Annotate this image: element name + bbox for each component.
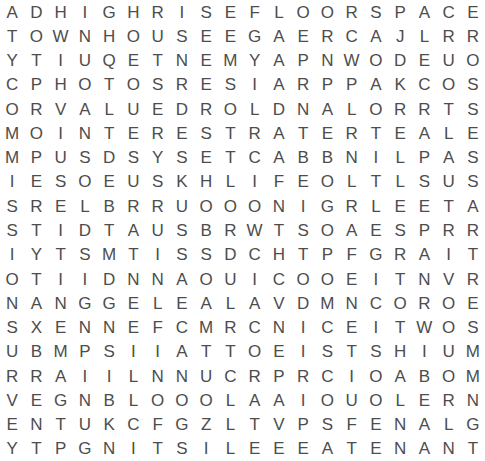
letter-cell[interactable]: S: [461, 315, 485, 339]
letter-cell[interactable]: V: [437, 267, 461, 291]
letter-cell[interactable]: H: [97, 24, 121, 48]
letter-cell[interactable]: S: [315, 340, 339, 364]
letter-cell[interactable]: J: [388, 24, 412, 48]
letter-cell[interactable]: I: [0, 243, 24, 267]
letter-cell[interactable]: I: [170, 0, 194, 24]
letter-cell[interactable]: R: [461, 267, 485, 291]
letter-cell[interactable]: E: [0, 412, 24, 436]
letter-cell[interactable]: F: [340, 412, 364, 436]
letter-cell[interactable]: B: [412, 364, 436, 388]
letter-cell[interactable]: M: [461, 340, 485, 364]
letter-cell[interactable]: E: [364, 437, 388, 461]
letter-cell[interactable]: R: [315, 24, 339, 48]
letter-cell[interactable]: I: [73, 0, 97, 24]
letter-cell[interactable]: C: [315, 315, 339, 339]
letter-cell[interactable]: K: [388, 73, 412, 97]
letter-cell[interactable]: U: [146, 24, 170, 48]
letter-cell[interactable]: E: [364, 218, 388, 242]
letter-cell[interactable]: I: [243, 267, 267, 291]
letter-cell[interactable]: C: [315, 364, 339, 388]
letter-cell[interactable]: B: [315, 146, 339, 170]
letter-cell[interactable]: E: [194, 146, 218, 170]
letter-cell[interactable]: A: [73, 97, 97, 121]
letter-cell[interactable]: P: [412, 146, 436, 170]
letter-cell[interactable]: E: [97, 170, 121, 194]
letter-cell[interactable]: S: [315, 412, 339, 436]
letter-cell[interactable]: E: [121, 315, 145, 339]
letter-cell[interactable]: A: [412, 0, 436, 24]
letter-cell[interactable]: H: [49, 73, 73, 97]
letter-cell[interactable]: E: [388, 194, 412, 218]
letter-cell[interactable]: S: [461, 97, 485, 121]
letter-cell[interactable]: L: [73, 194, 97, 218]
letter-cell[interactable]: P: [412, 218, 436, 242]
letter-cell[interactable]: A: [49, 364, 73, 388]
letter-cell[interactable]: G: [315, 194, 339, 218]
letter-cell[interactable]: E: [24, 388, 48, 412]
letter-cell[interactable]: N: [24, 412, 48, 436]
letter-cell[interactable]: E: [412, 388, 436, 412]
letter-cell[interactable]: L: [437, 121, 461, 145]
letter-cell[interactable]: O: [437, 364, 461, 388]
letter-cell[interactable]: B: [194, 218, 218, 242]
letter-cell[interactable]: T: [146, 437, 170, 461]
letter-cell[interactable]: G: [243, 24, 267, 48]
letter-cell[interactable]: R: [388, 243, 412, 267]
letter-cell[interactable]: R: [340, 0, 364, 24]
letter-cell[interactable]: T: [194, 340, 218, 364]
letter-cell[interactable]: A: [267, 49, 291, 73]
letter-cell[interactable]: P: [340, 73, 364, 97]
letter-cell[interactable]: O: [243, 194, 267, 218]
letter-cell[interactable]: E: [121, 291, 145, 315]
letter-cell[interactable]: I: [49, 218, 73, 242]
letter-cell[interactable]: E: [49, 194, 73, 218]
letter-cell[interactable]: U: [121, 97, 145, 121]
letter-cell[interactable]: A: [437, 146, 461, 170]
letter-cell[interactable]: B: [97, 194, 121, 218]
letter-cell[interactable]: S: [388, 218, 412, 242]
letter-cell[interactable]: G: [49, 388, 73, 412]
letter-cell[interactable]: H: [388, 340, 412, 364]
letter-cell[interactable]: P: [315, 73, 339, 97]
letter-cell[interactable]: N: [73, 388, 97, 412]
letter-cell[interactable]: C: [0, 73, 24, 97]
letter-cell[interactable]: E: [49, 315, 73, 339]
letter-cell[interactable]: D: [218, 243, 242, 267]
letter-cell[interactable]: T: [437, 97, 461, 121]
letter-cell[interactable]: S: [194, 243, 218, 267]
letter-cell[interactable]: T: [291, 121, 315, 145]
letter-cell[interactable]: N: [340, 146, 364, 170]
letter-cell[interactable]: W: [412, 315, 436, 339]
letter-cell[interactable]: R: [0, 364, 24, 388]
letter-cell[interactable]: E: [340, 267, 364, 291]
letter-cell[interactable]: U: [437, 170, 461, 194]
letter-cell[interactable]: A: [267, 73, 291, 97]
letter-cell[interactable]: I: [0, 170, 24, 194]
letter-cell[interactable]: N: [121, 267, 145, 291]
letter-cell[interactable]: O: [461, 49, 485, 73]
letter-cell[interactable]: S: [73, 243, 97, 267]
letter-cell[interactable]: R: [24, 194, 48, 218]
letter-cell[interactable]: R: [461, 218, 485, 242]
letter-cell[interactable]: Y: [243, 49, 267, 73]
letter-cell[interactable]: R: [146, 0, 170, 24]
letter-cell[interactable]: I: [364, 146, 388, 170]
letter-cell[interactable]: R: [121, 194, 145, 218]
letter-cell[interactable]: E: [218, 24, 242, 48]
letter-cell[interactable]: I: [73, 364, 97, 388]
letter-cell[interactable]: P: [24, 73, 48, 97]
letter-cell[interactable]: I: [97, 364, 121, 388]
letter-cell[interactable]: S: [194, 121, 218, 145]
letter-cell[interactable]: S: [0, 315, 24, 339]
letter-cell[interactable]: R: [437, 218, 461, 242]
letter-cell[interactable]: T: [97, 218, 121, 242]
letter-cell[interactable]: O: [291, 267, 315, 291]
letter-cell[interactable]: H: [194, 170, 218, 194]
letter-cell[interactable]: L: [340, 97, 364, 121]
letter-cell[interactable]: R: [218, 315, 242, 339]
letter-cell[interactable]: E: [291, 170, 315, 194]
letter-cell[interactable]: O: [194, 388, 218, 412]
letter-cell[interactable]: H: [121, 0, 145, 24]
letter-cell[interactable]: O: [24, 24, 48, 48]
letter-cell[interactable]: F: [243, 0, 267, 24]
letter-cell[interactable]: Y: [24, 243, 48, 267]
letter-cell[interactable]: E: [412, 49, 436, 73]
letter-cell[interactable]: A: [412, 412, 436, 436]
letter-cell[interactable]: F: [146, 315, 170, 339]
letter-cell[interactable]: R: [146, 121, 170, 145]
letter-cell[interactable]: S: [461, 170, 485, 194]
letter-cell[interactable]: I: [73, 267, 97, 291]
letter-cell[interactable]: W: [49, 24, 73, 48]
letter-cell[interactable]: N: [315, 49, 339, 73]
letter-cell[interactable]: M: [0, 146, 24, 170]
letter-cell[interactable]: T: [364, 170, 388, 194]
letter-cell[interactable]: N: [267, 194, 291, 218]
letter-cell[interactable]: O: [243, 340, 267, 364]
letter-cell[interactable]: O: [0, 97, 24, 121]
letter-cell[interactable]: L: [218, 388, 242, 412]
letter-cell[interactable]: I: [49, 267, 73, 291]
letter-cell[interactable]: C: [437, 0, 461, 24]
letter-cell[interactable]: R: [291, 73, 315, 97]
letter-cell[interactable]: S: [170, 243, 194, 267]
letter-cell[interactable]: L: [267, 0, 291, 24]
letter-cell[interactable]: S: [0, 218, 24, 242]
letter-cell[interactable]: S: [170, 24, 194, 48]
letter-cell[interactable]: T: [267, 218, 291, 242]
letter-cell[interactable]: N: [388, 412, 412, 436]
letter-cell[interactable]: Q: [97, 49, 121, 73]
letter-cell[interactable]: V: [267, 291, 291, 315]
letter-cell[interactable]: W: [340, 49, 364, 73]
letter-cell[interactable]: E: [243, 437, 267, 461]
letter-cell[interactable]: T: [218, 340, 242, 364]
letter-cell[interactable]: C: [412, 73, 436, 97]
letter-cell[interactable]: T: [218, 121, 242, 145]
letter-cell[interactable]: E: [340, 315, 364, 339]
letter-cell[interactable]: L: [121, 364, 145, 388]
letter-cell[interactable]: O: [24, 121, 48, 145]
letter-cell[interactable]: O: [315, 218, 339, 242]
letter-cell[interactable]: I: [291, 340, 315, 364]
letter-cell[interactable]: K: [97, 412, 121, 436]
letter-cell[interactable]: T: [388, 267, 412, 291]
letter-cell[interactable]: C: [267, 267, 291, 291]
letter-cell[interactable]: B: [97, 388, 121, 412]
letter-cell[interactable]: O: [437, 315, 461, 339]
letter-cell[interactable]: A: [170, 340, 194, 364]
letter-cell[interactable]: L: [121, 388, 145, 412]
letter-cell[interactable]: T: [461, 437, 485, 461]
letter-cell[interactable]: U: [340, 388, 364, 412]
letter-cell[interactable]: O: [121, 73, 145, 97]
letter-cell[interactable]: S: [412, 170, 436, 194]
letter-cell[interactable]: E: [291, 437, 315, 461]
letter-cell[interactable]: Y: [146, 146, 170, 170]
letter-cell[interactable]: D: [24, 0, 48, 24]
letter-cell[interactable]: E: [315, 121, 339, 145]
letter-cell[interactable]: A: [267, 388, 291, 412]
letter-cell[interactable]: I: [364, 267, 388, 291]
letter-cell[interactable]: I: [291, 315, 315, 339]
letter-cell[interactable]: R: [340, 121, 364, 145]
letter-cell[interactable]: G: [73, 437, 97, 461]
letter-cell[interactable]: P: [24, 146, 48, 170]
letter-cell[interactable]: P: [49, 437, 73, 461]
letter-cell[interactable]: R: [146, 194, 170, 218]
letter-cell[interactable]: N: [146, 267, 170, 291]
letter-cell[interactable]: O: [121, 24, 145, 48]
letter-cell[interactable]: R: [170, 73, 194, 97]
letter-cell[interactable]: I: [194, 437, 218, 461]
letter-cell[interactable]: G: [97, 0, 121, 24]
letter-cell[interactable]: M: [218, 49, 242, 73]
letter-cell[interactable]: L: [97, 97, 121, 121]
letter-cell[interactable]: U: [121, 170, 145, 194]
letter-cell[interactable]: O: [146, 388, 170, 412]
letter-cell[interactable]: O: [315, 170, 339, 194]
letter-cell[interactable]: O: [170, 388, 194, 412]
letter-cell[interactable]: N: [73, 24, 97, 48]
letter-cell[interactable]: O: [73, 73, 97, 97]
letter-cell[interactable]: C: [121, 412, 145, 436]
letter-cell[interactable]: A: [267, 24, 291, 48]
letter-cell[interactable]: A: [364, 73, 388, 97]
letter-cell[interactable]: U: [0, 340, 24, 364]
letter-cell[interactable]: I: [243, 170, 267, 194]
letter-cell[interactable]: E: [194, 24, 218, 48]
letter-cell[interactable]: R: [437, 24, 461, 48]
letter-cell[interactable]: E: [267, 340, 291, 364]
letter-cell[interactable]: E: [24, 170, 48, 194]
letter-cell[interactable]: P: [267, 364, 291, 388]
letter-cell[interactable]: T: [291, 243, 315, 267]
letter-cell[interactable]: Y: [0, 437, 24, 461]
letter-cell[interactable]: R: [218, 218, 242, 242]
letter-cell[interactable]: U: [73, 412, 97, 436]
letter-cell[interactable]: S: [146, 73, 170, 97]
letter-cell[interactable]: E: [194, 49, 218, 73]
letter-cell[interactable]: I: [49, 49, 73, 73]
letter-cell[interactable]: O: [364, 97, 388, 121]
letter-cell[interactable]: T: [364, 121, 388, 145]
letter-cell[interactable]: T: [24, 218, 48, 242]
letter-cell[interactable]: R: [437, 388, 461, 412]
letter-cell[interactable]: E: [218, 0, 242, 24]
letter-cell[interactable]: S: [218, 73, 242, 97]
letter-cell[interactable]: C: [218, 364, 242, 388]
letter-cell[interactable]: S: [170, 218, 194, 242]
letter-cell[interactable]: L: [218, 291, 242, 315]
letter-cell[interactable]: T: [0, 24, 24, 48]
letter-cell[interactable]: Y: [0, 49, 24, 73]
letter-cell[interactable]: S: [146, 170, 170, 194]
letter-cell[interactable]: T: [121, 243, 145, 267]
letter-cell[interactable]: R: [291, 364, 315, 388]
letter-cell[interactable]: E: [121, 121, 145, 145]
letter-cell[interactable]: L: [437, 412, 461, 436]
letter-cell[interactable]: E: [194, 73, 218, 97]
letter-cell[interactable]: T: [49, 243, 73, 267]
letter-cell[interactable]: O: [315, 0, 339, 24]
letter-cell[interactable]: U: [146, 218, 170, 242]
letter-cell[interactable]: G: [170, 412, 194, 436]
letter-cell[interactable]: T: [24, 437, 48, 461]
letter-cell[interactable]: L: [218, 170, 242, 194]
letter-cell[interactable]: Z: [194, 412, 218, 436]
letter-cell[interactable]: G: [97, 291, 121, 315]
letter-cell[interactable]: V: [0, 388, 24, 412]
letter-cell[interactable]: V: [267, 412, 291, 436]
letter-cell[interactable]: I: [146, 340, 170, 364]
letter-cell[interactable]: A: [24, 291, 48, 315]
letter-cell[interactable]: B: [291, 146, 315, 170]
letter-cell[interactable]: N: [49, 291, 73, 315]
letter-cell[interactable]: N: [97, 315, 121, 339]
letter-cell[interactable]: L: [218, 437, 242, 461]
letter-cell[interactable]: I: [121, 340, 145, 364]
letter-cell[interactable]: N: [0, 291, 24, 315]
letter-cell[interactable]: D: [291, 291, 315, 315]
letter-cell[interactable]: R: [461, 24, 485, 48]
letter-cell[interactable]: S: [364, 0, 388, 24]
letter-cell[interactable]: U: [73, 49, 97, 73]
letter-cell[interactable]: N: [291, 97, 315, 121]
letter-cell[interactable]: G: [73, 291, 97, 315]
letter-cell[interactable]: O: [364, 49, 388, 73]
letter-cell[interactable]: M: [315, 291, 339, 315]
letter-cell[interactable]: X: [24, 315, 48, 339]
letter-cell[interactable]: H: [49, 0, 73, 24]
letter-cell[interactable]: R: [194, 97, 218, 121]
letter-cell[interactable]: N: [437, 437, 461, 461]
letter-cell[interactable]: T: [24, 267, 48, 291]
letter-cell[interactable]: C: [243, 315, 267, 339]
letter-cell[interactable]: I: [412, 340, 436, 364]
letter-cell[interactable]: I: [340, 364, 364, 388]
letter-cell[interactable]: T: [49, 412, 73, 436]
letter-cell[interactable]: O: [315, 388, 339, 412]
letter-cell[interactable]: L: [388, 388, 412, 412]
letter-cell[interactable]: D: [388, 49, 412, 73]
letter-cell[interactable]: N: [146, 364, 170, 388]
letter-cell[interactable]: D: [97, 267, 121, 291]
letter-cell[interactable]: T: [97, 73, 121, 97]
letter-cell[interactable]: I: [243, 73, 267, 97]
letter-cell[interactable]: O: [291, 0, 315, 24]
letter-cell[interactable]: G: [364, 243, 388, 267]
letter-cell[interactable]: L: [146, 291, 170, 315]
letter-cell[interactable]: S: [49, 170, 73, 194]
letter-cell[interactable]: T: [97, 121, 121, 145]
letter-cell[interactable]: N: [388, 437, 412, 461]
letter-cell[interactable]: N: [170, 364, 194, 388]
letter-cell[interactable]: D: [267, 97, 291, 121]
letter-cell[interactable]: M: [194, 315, 218, 339]
letter-cell[interactable]: R: [24, 97, 48, 121]
letter-cell[interactable]: O: [364, 388, 388, 412]
letter-cell[interactable]: P: [291, 412, 315, 436]
letter-cell[interactable]: L: [243, 97, 267, 121]
letter-cell[interactable]: U: [194, 364, 218, 388]
letter-cell[interactable]: L: [388, 146, 412, 170]
letter-cell[interactable]: T: [24, 49, 48, 73]
letter-cell[interactable]: R: [243, 121, 267, 145]
letter-cell[interactable]: A: [267, 146, 291, 170]
letter-cell[interactable]: O: [218, 97, 242, 121]
letter-cell[interactable]: O: [218, 194, 242, 218]
letter-cell[interactable]: I: [364, 315, 388, 339]
letter-cell[interactable]: A: [412, 243, 436, 267]
letter-cell[interactable]: A: [315, 437, 339, 461]
letter-cell[interactable]: H: [267, 243, 291, 267]
letter-cell[interactable]: A: [243, 291, 267, 315]
letter-cell[interactable]: E: [461, 291, 485, 315]
letter-cell[interactable]: R: [412, 97, 436, 121]
letter-cell[interactable]: L: [364, 194, 388, 218]
letter-cell[interactable]: E: [267, 437, 291, 461]
letter-cell[interactable]: U: [437, 340, 461, 364]
letter-cell[interactable]: I: [121, 437, 145, 461]
letter-cell[interactable]: E: [412, 194, 436, 218]
letter-cell[interactable]: T: [340, 340, 364, 364]
letter-cell[interactable]: E: [291, 24, 315, 48]
letter-cell[interactable]: F: [267, 170, 291, 194]
letter-cell[interactable]: T: [461, 243, 485, 267]
letter-cell[interactable]: O: [364, 364, 388, 388]
letter-cell[interactable]: I: [437, 243, 461, 267]
letter-cell[interactable]: C: [340, 24, 364, 48]
letter-cell[interactable]: D: [170, 97, 194, 121]
letter-cell[interactable]: I: [291, 194, 315, 218]
letter-cell[interactable]: T: [243, 412, 267, 436]
letter-cell[interactable]: A: [315, 97, 339, 121]
letter-cell[interactable]: N: [73, 121, 97, 145]
letter-cell[interactable]: O: [0, 267, 24, 291]
letter-cell[interactable]: S: [461, 146, 485, 170]
letter-cell[interactable]: E: [388, 121, 412, 145]
letter-cell[interactable]: M: [97, 243, 121, 267]
letter-cell[interactable]: S: [461, 73, 485, 97]
letter-cell[interactable]: A: [412, 437, 436, 461]
letter-cell[interactable]: S: [97, 340, 121, 364]
letter-cell[interactable]: S: [170, 437, 194, 461]
